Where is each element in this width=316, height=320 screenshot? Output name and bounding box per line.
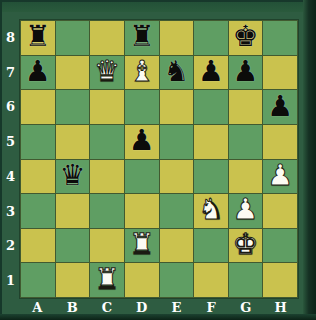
square-h4[interactable]: ♟ (263, 160, 297, 194)
square-e5[interactable] (160, 125, 194, 159)
square-g5[interactable] (229, 125, 263, 159)
square-e6[interactable] (160, 90, 194, 124)
file-label-e: E (159, 298, 194, 316)
piece-white-rook[interactable]: ♜ (94, 265, 120, 294)
right-border-band (303, 0, 316, 320)
file-label-c: C (90, 298, 125, 316)
square-e2[interactable] (160, 229, 194, 263)
rank-label-8: 8 (2, 20, 19, 55)
square-b7[interactable] (56, 56, 90, 90)
rank-label-4: 4 (2, 159, 19, 194)
file-label-a: A (20, 298, 55, 316)
square-a4[interactable] (21, 160, 55, 194)
square-g8[interactable]: ♚ (229, 21, 263, 55)
square-f8[interactable] (194, 21, 228, 55)
file-label-d: D (124, 298, 159, 316)
square-g7[interactable]: ♟ (229, 56, 263, 90)
square-h7[interactable] (263, 56, 297, 90)
square-d2[interactable]: ♜ (125, 229, 159, 263)
rank-label-5: 5 (2, 124, 19, 159)
square-e4[interactable] (160, 160, 194, 194)
square-b6[interactable] (56, 90, 90, 124)
square-c8[interactable] (90, 21, 124, 55)
square-g2[interactable]: ♚ (229, 229, 263, 263)
chess-board-widget: 87654321 ♜♜♚♟♛♝♞♟♟♟♟♛♟♞♟♜♚♜ ABCDEFGH (0, 0, 316, 320)
square-f2[interactable] (194, 229, 228, 263)
square-d6[interactable] (125, 90, 159, 124)
square-h3[interactable] (263, 194, 297, 228)
square-g6[interactable] (229, 90, 263, 124)
square-c1[interactable]: ♜ (90, 263, 124, 297)
square-h1[interactable] (263, 263, 297, 297)
rank-labels: 87654321 (2, 20, 19, 298)
piece-white-king[interactable]: ♚ (233, 230, 259, 259)
square-e3[interactable] (160, 194, 194, 228)
piece-white-knight[interactable]: ♞ (198, 195, 224, 224)
square-d1[interactable] (125, 263, 159, 297)
square-b8[interactable] (56, 21, 90, 55)
board: ♜♜♚♟♛♝♞♟♟♟♟♛♟♞♟♜♚♜ (20, 20, 298, 298)
square-d7[interactable]: ♝ (125, 56, 159, 90)
piece-black-rook[interactable]: ♜ (129, 22, 155, 51)
square-a8[interactable]: ♜ (21, 21, 55, 55)
square-a7[interactable]: ♟ (21, 56, 55, 90)
rank-label-3: 3 (2, 194, 19, 229)
square-g3[interactable]: ♟ (229, 194, 263, 228)
square-b5[interactable] (56, 125, 90, 159)
square-h6[interactable]: ♟ (263, 90, 297, 124)
square-a6[interactable] (21, 90, 55, 124)
square-g4[interactable] (229, 160, 263, 194)
top-border-band (0, 0, 316, 12)
file-label-f: F (194, 298, 229, 316)
piece-black-pawn[interactable]: ♟ (25, 57, 51, 86)
square-c5[interactable] (90, 125, 124, 159)
file-label-h: H (263, 298, 298, 316)
piece-black-pawn[interactable]: ♟ (198, 57, 224, 86)
square-h5[interactable] (263, 125, 297, 159)
rank-label-2: 2 (2, 229, 19, 264)
square-f6[interactable] (194, 90, 228, 124)
rank-label-1: 1 (2, 263, 19, 298)
square-c7[interactable]: ♛ (90, 56, 124, 90)
square-f4[interactable] (194, 160, 228, 194)
rank-label-7: 7 (2, 55, 19, 90)
square-b1[interactable] (56, 263, 90, 297)
file-label-g: G (229, 298, 264, 316)
square-b2[interactable] (56, 229, 90, 263)
square-c3[interactable] (90, 194, 124, 228)
square-a1[interactable] (21, 263, 55, 297)
piece-white-rook[interactable]: ♜ (129, 230, 155, 259)
square-e8[interactable] (160, 21, 194, 55)
piece-white-queen[interactable]: ♛ (94, 57, 120, 86)
square-h2[interactable] (263, 229, 297, 263)
square-c2[interactable] (90, 229, 124, 263)
square-b4[interactable]: ♛ (56, 160, 90, 194)
square-f3[interactable]: ♞ (194, 194, 228, 228)
piece-black-pawn[interactable]: ♟ (267, 92, 293, 121)
piece-white-bishop[interactable]: ♝ (129, 57, 155, 86)
piece-white-pawn[interactable]: ♟ (267, 161, 293, 190)
rank-label-6: 6 (2, 90, 19, 125)
square-e7[interactable]: ♞ (160, 56, 194, 90)
file-labels: ABCDEFGH (20, 298, 298, 316)
square-d3[interactable] (125, 194, 159, 228)
piece-black-king[interactable]: ♚ (233, 22, 259, 51)
square-d4[interactable] (125, 160, 159, 194)
piece-black-queen[interactable]: ♛ (59, 161, 85, 190)
square-d8[interactable]: ♜ (125, 21, 159, 55)
square-b3[interactable] (56, 194, 90, 228)
piece-black-knight[interactable]: ♞ (163, 57, 189, 86)
square-f7[interactable]: ♟ (194, 56, 228, 90)
square-c6[interactable] (90, 90, 124, 124)
square-d5[interactable]: ♟ (125, 125, 159, 159)
square-a2[interactable] (21, 229, 55, 263)
piece-black-pawn[interactable]: ♟ (233, 57, 259, 86)
piece-black-rook[interactable]: ♜ (25, 22, 51, 51)
square-a5[interactable] (21, 125, 55, 159)
square-c4[interactable] (90, 160, 124, 194)
square-f5[interactable] (194, 125, 228, 159)
piece-black-pawn[interactable]: ♟ (129, 126, 155, 155)
square-f1[interactable] (194, 263, 228, 297)
square-e1[interactable] (160, 263, 194, 297)
square-h8[interactable] (263, 21, 297, 55)
square-a3[interactable] (21, 194, 55, 228)
file-label-b: B (55, 298, 90, 316)
square-g1[interactable] (229, 263, 263, 297)
piece-white-pawn[interactable]: ♟ (233, 195, 259, 224)
